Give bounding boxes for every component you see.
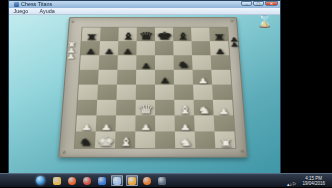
- piece-white-pawn-h3[interactable]: ♟: [217, 108, 228, 116]
- square-d6[interactable]: ♟: [136, 55, 155, 69]
- square-g3[interactable]: ♞: [194, 100, 214, 116]
- chess-titans-icon-slot[interactable]: [111, 175, 123, 186]
- clock-date: 19/04/2016: [302, 181, 325, 186]
- firefox-icon: [68, 177, 76, 185]
- square-d7[interactable]: [136, 41, 155, 55]
- chess-titans-icon: [113, 177, 121, 185]
- square-e2[interactable]: [155, 115, 175, 131]
- square-c8[interactable]: ♝: [118, 27, 137, 41]
- square-b8[interactable]: [100, 27, 119, 41]
- square-h8[interactable]: ♜: [209, 27, 228, 41]
- captured-black-pawn: ♟: [230, 42, 239, 48]
- window-icon: [14, 2, 19, 7]
- square-b1[interactable]: ♚: [95, 131, 116, 147]
- sys-tray-icon[interactable]: ⚐: [292, 181, 296, 187]
- piece-black-pawn-a7[interactable]: ♟: [85, 48, 96, 55]
- square-g5[interactable]: ♟: [193, 70, 213, 85]
- piece-black-pawn-b7[interactable]: ♟: [103, 48, 114, 55]
- piece-white-knight-f1[interactable]: ♞: [178, 138, 192, 148]
- frame-arrow-icon: «: [60, 148, 68, 155]
- media-app-icon: [128, 177, 136, 185]
- piece-white-pawn-d2[interactable]: ♟: [140, 123, 151, 131]
- menu-bar: JuegoAyuda: [9, 8, 280, 15]
- square-f7[interactable]: [173, 41, 192, 55]
- square-e6[interactable]: [155, 55, 174, 69]
- square-d2[interactable]: ♟: [135, 115, 155, 131]
- piece-white-king-b1[interactable]: ♚: [96, 135, 114, 148]
- close-button[interactable]: ✕: [265, 1, 278, 6]
- square-f8[interactable]: ♝: [173, 27, 192, 41]
- square-g8[interactable]: [191, 27, 210, 41]
- ie-icon: [98, 177, 106, 185]
- taskbar-clock[interactable]: 4:15 PM 19/04/2016: [299, 176, 328, 186]
- square-b5[interactable]: [98, 70, 117, 85]
- square-h2[interactable]: [214, 115, 235, 131]
- piece-black-queen-d8[interactable]: ♛: [138, 31, 154, 41]
- square-h7[interactable]: ♟: [210, 41, 229, 55]
- square-c6[interactable]: [117, 55, 136, 69]
- square-g2[interactable]: [194, 115, 214, 131]
- square-e4[interactable]: [155, 85, 174, 100]
- board-frame: « « « « ♜♝♛♚♝♜♟♟♟♟♟♞♟♟♛♝♞♟♟♟♟♟♞♚♝♞♜ ♜♟♟ …: [58, 17, 248, 158]
- square-b7[interactable]: ♟: [99, 41, 118, 55]
- square-e5[interactable]: ♟: [155, 70, 174, 85]
- square-f6[interactable]: ♞: [173, 55, 192, 69]
- square-b2[interactable]: ♟: [96, 115, 116, 131]
- ie-icon-slot[interactable]: [96, 175, 108, 186]
- square-g6[interactable]: [192, 55, 211, 69]
- start-button[interactable]: [36, 176, 45, 185]
- system-tray: ▴♪⚐ 4:15 PM 19/04/2016: [287, 172, 328, 188]
- square-e1[interactable]: [155, 131, 175, 147]
- chrome-icon: [83, 177, 91, 185]
- square-a3[interactable]: [77, 100, 97, 116]
- explorer-folder-icon-slot[interactable]: [51, 175, 63, 186]
- square-e7[interactable]: [155, 41, 174, 55]
- square-h5[interactable]: [211, 70, 231, 85]
- hourglass-icon: ⌛: [256, 15, 273, 28]
- menu-item-juego[interactable]: Juego: [9, 8, 33, 14]
- square-e8[interactable]: ♚: [155, 27, 173, 41]
- frame-arrow-icon: «: [229, 19, 236, 24]
- square-d3[interactable]: ♛: [136, 100, 156, 116]
- square-e3[interactable]: [155, 100, 175, 116]
- square-a1[interactable]: ♞: [75, 131, 96, 147]
- square-a4[interactable]: [78, 85, 98, 100]
- square-h1[interactable]: ♜: [214, 131, 235, 147]
- piece-black-bishop-c8[interactable]: ♝: [121, 32, 135, 41]
- piece-white-pawn-b2[interactable]: ♟: [100, 123, 111, 131]
- square-c1[interactable]: ♝: [115, 131, 135, 147]
- square-g1[interactable]: [195, 131, 216, 147]
- square-a6[interactable]: [80, 55, 99, 69]
- piece-white-rook-h1[interactable]: ♜: [218, 138, 232, 148]
- square-d4[interactable]: [136, 85, 155, 100]
- chess-titans-window: Chess Titans – ▢ ✕ JuegoAyuda « « « « ♜♝…: [8, 0, 281, 176]
- square-g7[interactable]: [192, 41, 211, 55]
- piece-white-knight-g3[interactable]: ♞: [197, 106, 211, 116]
- square-c5[interactable]: [117, 70, 136, 85]
- square-c3[interactable]: [116, 100, 136, 116]
- taskbar: ▴♪⚐ 4:15 PM 19/04/2016: [0, 173, 332, 187]
- tray-glyphs: ▴♪⚐: [287, 172, 297, 188]
- utility-icon-slot[interactable]: [156, 175, 168, 186]
- piece-black-pawn-d6[interactable]: ♟: [140, 63, 151, 70]
- piece-black-pawn-c7[interactable]: ♟: [122, 48, 133, 55]
- square-a5[interactable]: [79, 70, 99, 85]
- square-f5[interactable]: [174, 70, 193, 85]
- square-d8[interactable]: ♛: [137, 27, 155, 41]
- square-c7[interactable]: ♟: [118, 41, 137, 55]
- piece-white-pawn-g5[interactable]: ♟: [197, 77, 208, 84]
- square-h3[interactable]: ♟: [213, 100, 233, 116]
- piece-black-rook-h8[interactable]: ♜: [213, 33, 226, 41]
- square-f4[interactable]: [174, 85, 194, 100]
- square-f3[interactable]: ♝: [174, 100, 194, 116]
- piece-white-queen-d3[interactable]: ♛: [137, 104, 154, 116]
- square-d1[interactable]: [135, 131, 155, 147]
- piece-black-bishop-f8[interactable]: ♝: [175, 32, 189, 41]
- square-a8[interactable]: ♜: [82, 27, 101, 41]
- piece-black-knight-a1[interactable]: ♞: [78, 138, 93, 148]
- ball-app-icon: [143, 177, 151, 185]
- piece-black-knight-f6[interactable]: ♞: [176, 61, 189, 70]
- square-b4[interactable]: [97, 85, 117, 100]
- firefox-icon-slot[interactable]: [66, 175, 78, 186]
- square-d5[interactable]: [136, 70, 155, 85]
- square-a7[interactable]: ♟: [81, 41, 100, 55]
- piece-black-pawn-e5[interactable]: ♟: [159, 77, 170, 84]
- captured-white-pawn: ♟: [66, 53, 76, 60]
- piece-white-bishop-f3[interactable]: ♝: [177, 105, 192, 115]
- ball-app-icon-slot[interactable]: [141, 175, 153, 186]
- square-a2[interactable]: ♟: [76, 115, 97, 131]
- piece-black-rook-a8[interactable]: ♜: [85, 33, 98, 41]
- window-title: Chess Titans: [21, 1, 52, 7]
- title-bar[interactable]: Chess Titans – ▢ ✕: [9, 1, 280, 8]
- taskbar-icons: [51, 175, 168, 186]
- explorer-folder-icon: [53, 177, 61, 185]
- piece-white-bishop-c1[interactable]: ♝: [117, 137, 132, 148]
- board-grid: ♜♝♛♚♝♜♟♟♟♟♟♞♟♟♛♝♞♟♟♟♟♟♞♚♝♞♜: [74, 27, 237, 149]
- piece-black-pawn-h7[interactable]: ♟: [214, 48, 225, 55]
- square-b3[interactable]: [96, 100, 116, 116]
- chess-board-3d: « « « « ♜♝♛♚♝♜♟♟♟♟♟♞♟♟♛♝♞♟♟♟♟♟♞♚♝♞♜ ♜♟♟ …: [58, 17, 248, 158]
- media-app-icon-slot[interactable]: [126, 175, 138, 186]
- menu-item-ayuda[interactable]: Ayuda: [35, 8, 59, 14]
- utility-icon: [158, 177, 166, 185]
- captured-black-tray: ♟♟: [230, 38, 239, 48]
- square-g4[interactable]: [193, 85, 213, 100]
- square-b6[interactable]: [99, 55, 118, 69]
- minimize-button[interactable]: –: [241, 1, 252, 6]
- piece-black-king-e8[interactable]: ♚: [156, 30, 172, 41]
- square-c4[interactable]: [116, 85, 136, 100]
- captured-white-tray: ♜♟♟: [66, 42, 77, 60]
- chrome-icon-slot[interactable]: [81, 175, 93, 186]
- frame-arrow-icon: «: [70, 19, 77, 24]
- maximize-button[interactable]: ▢: [253, 1, 264, 6]
- game-area: « « « « ♜♝♛♚♝♜♟♟♟♟♟♞♟♟♛♝♞♟♟♟♟♟♞♚♝♞♜ ♜♟♟ …: [9, 15, 280, 175]
- square-c2[interactable]: [115, 115, 135, 131]
- square-h6[interactable]: [211, 55, 231, 69]
- square-h4[interactable]: [212, 85, 232, 100]
- square-f2[interactable]: ♟: [175, 115, 195, 131]
- piece-white-pawn-a2[interactable]: ♟: [80, 123, 92, 131]
- frame-arrow-icon: «: [238, 148, 246, 155]
- piece-white-pawn-f2[interactable]: ♟: [179, 123, 190, 131]
- square-f1[interactable]: ♞: [175, 131, 195, 147]
